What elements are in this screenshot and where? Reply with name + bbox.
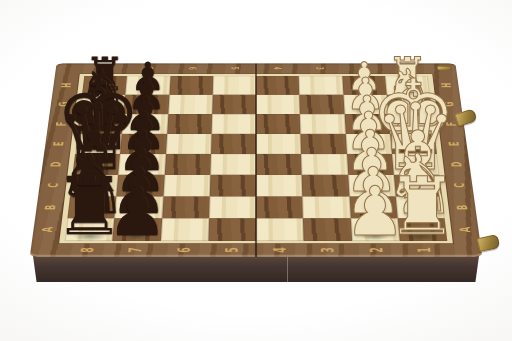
square-a6[interactable] bbox=[160, 218, 208, 241]
square-c5[interactable] bbox=[210, 175, 256, 196]
coord-label: 5 bbox=[225, 59, 244, 77]
coord-label: 6 bbox=[182, 59, 202, 77]
square-g4[interactable] bbox=[256, 95, 300, 114]
square-d6[interactable] bbox=[164, 154, 210, 175]
chess-set-photo: 87654321 87654321 HGFEDCBA HGFEDCBA ♜♟♟♜… bbox=[0, 0, 512, 341]
fold-seam bbox=[255, 63, 257, 256]
square-e3[interactable] bbox=[301, 134, 347, 154]
coord-label: 3 bbox=[316, 238, 340, 261]
coord-label: 3 bbox=[310, 59, 330, 77]
square-d3[interactable] bbox=[301, 154, 347, 175]
square-f5[interactable] bbox=[211, 114, 256, 134]
square-h6[interactable] bbox=[169, 76, 213, 95]
square-e6[interactable] bbox=[166, 134, 212, 154]
square-c4[interactable] bbox=[256, 175, 302, 196]
square-c3[interactable] bbox=[302, 175, 349, 196]
square-b6[interactable] bbox=[162, 196, 210, 218]
coord-label: 6 bbox=[172, 238, 196, 261]
square-g6[interactable] bbox=[168, 95, 213, 114]
piece-black-pawn[interactable]: ♟ bbox=[107, 178, 168, 246]
square-f3[interactable] bbox=[300, 114, 345, 134]
square-b5[interactable] bbox=[209, 196, 256, 218]
square-b4[interactable] bbox=[256, 196, 303, 218]
square-e5[interactable] bbox=[211, 134, 256, 154]
square-h5[interactable] bbox=[213, 76, 256, 95]
square-g5[interactable] bbox=[212, 95, 256, 114]
square-h4[interactable] bbox=[256, 76, 299, 95]
coord-label: 4 bbox=[268, 59, 287, 77]
square-c6[interactable] bbox=[163, 175, 210, 196]
square-h3[interactable] bbox=[299, 76, 343, 95]
square-a5[interactable] bbox=[208, 218, 256, 241]
square-f4[interactable] bbox=[256, 114, 301, 134]
square-b3[interactable] bbox=[302, 196, 350, 218]
piece-white-rook[interactable]: ♜ bbox=[387, 168, 459, 248]
brass-clasp-icon bbox=[477, 234, 500, 252]
square-a4[interactable] bbox=[256, 218, 304, 241]
square-g3[interactable] bbox=[299, 95, 344, 114]
square-d5[interactable] bbox=[210, 154, 256, 175]
coord-label: 5 bbox=[220, 238, 244, 261]
square-e4[interactable] bbox=[256, 134, 301, 154]
coord-label: 4 bbox=[268, 238, 292, 261]
square-f6[interactable] bbox=[167, 114, 212, 134]
square-d4[interactable] bbox=[256, 154, 302, 175]
